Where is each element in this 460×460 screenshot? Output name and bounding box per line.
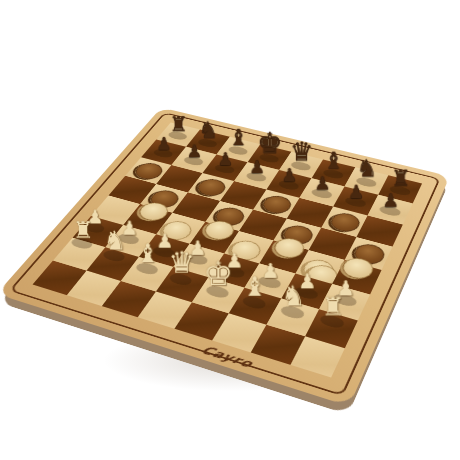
board-square: ♟ — [368, 195, 413, 225]
checker-disc-dark — [211, 205, 248, 229]
dark-rook: ♜ — [379, 166, 421, 189]
checker-disc-dark — [327, 211, 363, 235]
light-rook: ♜ — [309, 294, 358, 321]
dark-pawn: ♟ — [369, 190, 412, 209]
scene: ♜♞♝♚♛♝♞♜♟♟♟♟♟♟♟♟♟♟♟♟♟♟♟♟♜♞♝♛♚♝♞♜ Cayro — [0, 0, 460, 460]
